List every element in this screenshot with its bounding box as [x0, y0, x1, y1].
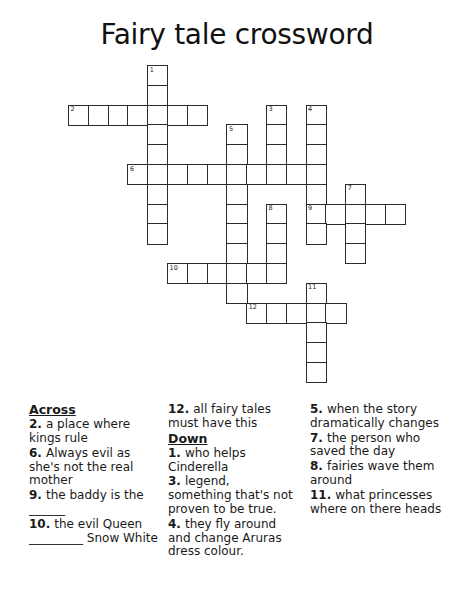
clue-down-3: 3.legend, something that's not proven to… — [168, 475, 314, 516]
grid-cell[interactable] — [306, 124, 327, 145]
cell-number: 11 — [308, 284, 316, 291]
clues-column-1: Across2.a place where kings rule6.Always… — [29, 403, 181, 546]
clue-down-5: 5.when the story dramatically changes — [310, 403, 472, 431]
cell-number: 10 — [170, 265, 178, 272]
clue-text: Always evil as she's not the real mother — [29, 446, 133, 488]
grid-cell[interactable] — [226, 144, 247, 165]
grid-cell[interactable] — [266, 164, 287, 185]
grid-cell[interactable] — [306, 184, 327, 205]
grid-cell[interactable]: 9 — [306, 204, 327, 225]
grid-cell[interactable] — [345, 204, 366, 225]
grid-cell[interactable] — [306, 144, 327, 165]
grid-cell[interactable] — [266, 303, 287, 324]
grid-cell[interactable] — [147, 164, 168, 185]
grid-cell[interactable] — [266, 243, 287, 264]
clue-number: 3. — [168, 474, 181, 488]
grid-cell[interactable] — [167, 164, 188, 185]
clue-number: 11. — [310, 488, 331, 502]
clue-number: 1. — [168, 446, 181, 460]
clue-down-8: 8.fairies wave them around — [310, 460, 472, 488]
grid-cell[interactable] — [207, 164, 228, 185]
puzzle-title: Fairy tale crossword — [0, 18, 474, 51]
clue-across-10: 10.the evil Queen _________ Snow White — [29, 518, 181, 546]
grid-cell[interactable]: 6 — [127, 164, 148, 185]
cell-number: 4 — [308, 106, 312, 113]
down-header: Down — [168, 432, 314, 446]
grid-cell[interactable] — [226, 283, 247, 304]
clue-number: 4. — [168, 517, 181, 531]
clue-number: 8. — [310, 459, 323, 473]
cell-number: 9 — [308, 205, 312, 212]
grid-cell[interactable] — [246, 263, 267, 284]
grid-cell[interactable] — [325, 204, 346, 225]
clue-number: 5. — [310, 402, 323, 416]
clue-down-11: 11.what princesses where on there heads — [310, 489, 472, 517]
grid-cell[interactable] — [266, 223, 287, 244]
cell-number: 6 — [130, 166, 134, 173]
grid-cell[interactable] — [226, 243, 247, 264]
clue-down-4: 4.they fly around and change Aruras dres… — [168, 518, 314, 559]
grid-cell[interactable] — [306, 362, 327, 383]
grid-cell[interactable] — [266, 263, 287, 284]
grid-cell[interactable]: 10 — [167, 263, 188, 284]
grid-cell[interactable] — [187, 164, 208, 185]
grid-cell[interactable] — [246, 164, 267, 185]
grid-cell[interactable] — [286, 303, 307, 324]
grid-cell[interactable] — [127, 105, 148, 126]
grid-cell[interactable] — [325, 303, 346, 324]
grid-cell[interactable]: 5 — [226, 124, 247, 145]
grid-cell[interactable] — [147, 144, 168, 165]
grid-cell[interactable]: 2 — [68, 105, 89, 126]
grid-cell[interactable] — [147, 204, 168, 225]
grid-cell[interactable] — [187, 105, 208, 126]
grid-cell[interactable] — [306, 342, 327, 363]
grid-cell[interactable] — [207, 263, 228, 284]
clue-text: legend, something that's not proven to b… — [168, 474, 293, 516]
grid-cell[interactable] — [147, 105, 168, 126]
clue-across-12: 12.all fairy tales must have this — [168, 403, 314, 431]
grid-cell[interactable] — [226, 164, 247, 185]
grid-cell[interactable] — [226, 263, 247, 284]
grid-cell[interactable] — [226, 184, 247, 205]
across-header: Across — [29, 403, 181, 417]
grid-cell[interactable] — [147, 223, 168, 244]
clues-column-2: 12.all fairy tales must have thisDown1.w… — [168, 403, 314, 560]
grid-cell[interactable] — [226, 223, 247, 244]
clue-down-7: 7.the person who saved the day — [310, 432, 472, 460]
clue-number: 9. — [29, 488, 42, 502]
clue-number: 2. — [29, 417, 42, 431]
grid-cell[interactable] — [88, 105, 109, 126]
grid-cell[interactable]: 7 — [345, 184, 366, 205]
clue-number: 12. — [168, 402, 189, 416]
clue-number: 6. — [29, 446, 42, 460]
grid-cell[interactable]: 1 — [147, 65, 168, 86]
cell-number: 2 — [71, 106, 75, 113]
clue-across-6: 6.Always evil as she's not the real moth… — [29, 447, 181, 488]
grid-cell[interactable] — [147, 184, 168, 205]
grid-cell[interactable] — [306, 322, 327, 343]
cell-number: 3 — [269, 106, 273, 113]
cell-number: 7 — [348, 185, 352, 192]
grid-cell[interactable] — [226, 204, 247, 225]
clues-column-3: 5.when the story dramatically changes7.t… — [310, 403, 472, 517]
grid-cell[interactable] — [147, 124, 168, 145]
clue-across-9: 9.the baddy is the ______ — [29, 489, 181, 517]
grid-cell[interactable]: 12 — [246, 303, 267, 324]
clue-text: the person who saved the day — [310, 431, 420, 459]
grid-cell[interactable]: 4 — [306, 105, 327, 126]
clue-text: they fly around and change Aruras dress … — [168, 517, 282, 559]
grid-cell[interactable] — [147, 85, 168, 106]
grid-cell[interactable] — [286, 164, 307, 185]
grid-cell[interactable] — [306, 223, 327, 244]
cell-number: 1 — [150, 67, 154, 74]
cell-number: 8 — [269, 205, 273, 212]
clue-text: when the story dramatically changes — [310, 402, 439, 430]
grid-cell[interactable] — [266, 144, 287, 165]
grid-cell[interactable]: 11 — [306, 283, 327, 304]
grid-cell[interactable] — [167, 105, 188, 126]
grid-cell[interactable] — [345, 243, 366, 264]
crossword-page: Fairy tale crossword 123456789101112 Acr… — [0, 0, 474, 613]
grid-cell[interactable]: 8 — [266, 204, 287, 225]
clue-across-2: 2.a place where kings rule — [29, 418, 181, 446]
clue-number: 10. — [29, 517, 50, 531]
clue-text: fairies wave them around — [310, 459, 434, 487]
grid-cell[interactable] — [385, 204, 406, 225]
grid-cell[interactable] — [345, 223, 366, 244]
crossword-grid: 123456789101112 — [68, 65, 407, 384]
grid-cell[interactable]: 3 — [266, 105, 287, 126]
grid-cell[interactable] — [187, 263, 208, 284]
grid-cell[interactable] — [266, 124, 287, 145]
grid-cell[interactable] — [108, 105, 129, 126]
grid-cell[interactable] — [306, 303, 327, 324]
clue-text: a place where kings rule — [29, 417, 130, 445]
cell-number: 12 — [249, 304, 257, 311]
cell-number: 5 — [229, 126, 233, 133]
clue-number: 7. — [310, 431, 323, 445]
clue-down-1: 1.who helps Cinderella — [168, 447, 314, 475]
grid-cell[interactable] — [306, 164, 327, 185]
grid-cell[interactable] — [365, 204, 386, 225]
clue-text: the baddy is the ______ — [29, 488, 144, 516]
